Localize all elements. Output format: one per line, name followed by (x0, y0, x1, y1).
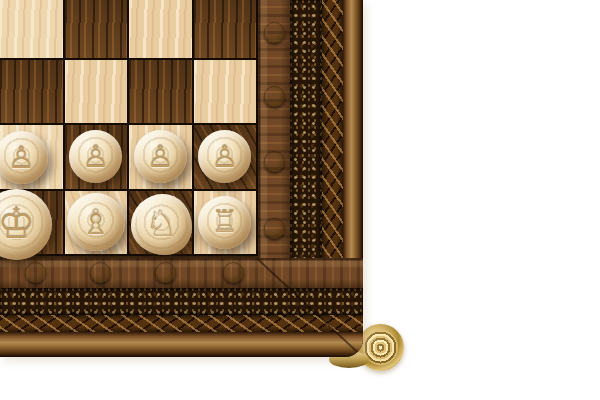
white-pawn-glyph: ♙ (8, 143, 35, 173)
stud-strip-bottom (0, 258, 363, 288)
photo-canvas: ♙♙♙♙♔♗♘♖ (0, 0, 600, 400)
board-grid: ♙♙♙♙♔♗♘♖ (0, 0, 258, 256)
piece-white-king-e1: ♔ (0, 189, 52, 260)
square-f4 (65, 0, 128, 58)
square-h4 (194, 0, 257, 58)
white-pawn-glyph: ♙ (82, 142, 109, 172)
piece-white-rook-h1: ♖ (198, 196, 251, 249)
white-king-glyph: ♔ (0, 203, 35, 245)
white-knight-glyph: ♘ (145, 206, 177, 242)
square-e2: ♙ (0, 125, 63, 189)
square-g4 (129, 0, 192, 58)
brass-stud (90, 262, 111, 283)
outer-edge-bottom (0, 332, 363, 357)
square-f3 (65, 60, 128, 124)
square-h1: ♖ (194, 191, 257, 255)
brass-stud (25, 262, 46, 283)
brass-stud (223, 262, 244, 283)
brass-stud (264, 151, 285, 172)
white-rook-glyph: ♖ (211, 207, 238, 237)
brass-stud (264, 218, 285, 239)
square-f1: ♗ (65, 191, 128, 255)
square-g1: ♘ (129, 191, 192, 255)
chess-board: ♙♙♙♙♔♗♘♖ (0, 0, 363, 357)
white-pawn-glyph: ♙ (211, 142, 238, 172)
square-e4 (0, 0, 63, 58)
carved-filigree-band-bottom (0, 288, 363, 315)
brass-stud (155, 262, 176, 283)
square-f2: ♙ (65, 125, 128, 189)
piece-white-bishop-f1: ♗ (67, 193, 125, 251)
piece-white-pawn-h2: ♙ (198, 130, 251, 183)
piece-white-knight-g1: ♘ (131, 194, 192, 255)
white-pawn-glyph: ♙ (147, 142, 174, 172)
piece-white-pawn-e2: ♙ (0, 131, 48, 184)
square-h3 (194, 60, 257, 124)
square-e1: ♔ (0, 191, 63, 255)
brass-stud (264, 86, 285, 107)
square-h2: ♙ (194, 125, 257, 189)
square-g3 (129, 60, 192, 124)
white-bishop-glyph: ♗ (81, 205, 111, 239)
chevron-band-bottom (0, 315, 363, 332)
piece-white-pawn-g2: ♙ (134, 130, 187, 183)
brass-stud (264, 22, 285, 43)
square-e3 (0, 60, 63, 124)
square-g2: ♙ (129, 125, 192, 189)
piece-white-pawn-f2: ♙ (69, 130, 122, 183)
